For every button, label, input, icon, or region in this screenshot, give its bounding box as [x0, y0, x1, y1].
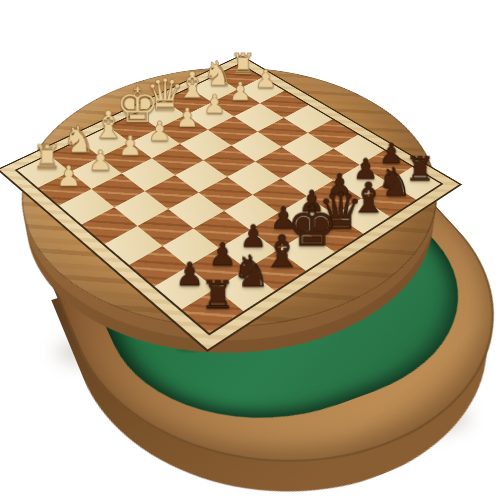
scene: ♜♞♝♚♛♝♞♜♟♟♟♟♟♟♟♟♟♟♟♟♟♟♟♟♜♞♝♚♛♝♞♜ [0, 0, 500, 500]
chess-case: ♜♞♝♚♛♝♞♜♟♟♟♟♟♟♟♟♟♟♟♟♟♟♟♟♜♞♝♚♛♝♞♜ [0, 31, 500, 407]
piece-black-rook: ♜ [196, 239, 240, 314]
product-photo: ♜♞♝♚♛♝♞♜♟♟♟♟♟♟♟♟♟♟♟♟♟♟♟♟♜♞♝♚♛♝♞♜ [0, 0, 500, 500]
piece-white-pawn: ♟ [49, 126, 87, 191]
